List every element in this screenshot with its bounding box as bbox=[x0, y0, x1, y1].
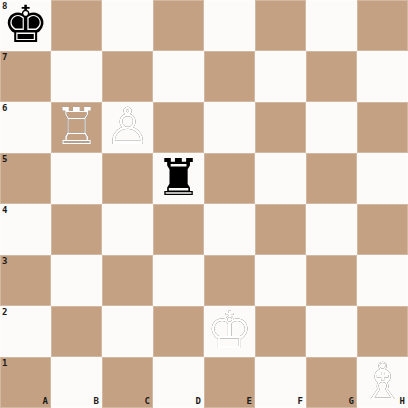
square-h4[interactable] bbox=[357, 204, 408, 255]
file-label-a: A bbox=[43, 397, 48, 406]
square-b5[interactable] bbox=[51, 153, 102, 204]
file-label-e: E bbox=[247, 397, 252, 406]
square-f8[interactable] bbox=[255, 0, 306, 51]
square-e2[interactable]: ♔ bbox=[204, 306, 255, 357]
square-a7[interactable]: 7 bbox=[0, 51, 51, 102]
rank-label-1: 1 bbox=[2, 359, 7, 368]
square-a4[interactable]: 4 bbox=[0, 204, 51, 255]
square-h5[interactable] bbox=[357, 153, 408, 204]
square-e8[interactable] bbox=[204, 0, 255, 51]
square-g7[interactable] bbox=[306, 51, 357, 102]
square-e6[interactable] bbox=[204, 102, 255, 153]
square-g8[interactable] bbox=[306, 0, 357, 51]
square-f3[interactable] bbox=[255, 255, 306, 306]
file-label-b: B bbox=[94, 397, 99, 406]
file-label-f: F bbox=[298, 397, 303, 406]
square-g5[interactable] bbox=[306, 153, 357, 204]
square-e4[interactable] bbox=[204, 204, 255, 255]
square-d4[interactable] bbox=[153, 204, 204, 255]
square-b2[interactable] bbox=[51, 306, 102, 357]
square-g3[interactable] bbox=[306, 255, 357, 306]
square-f1[interactable]: F bbox=[255, 357, 306, 408]
square-e7[interactable] bbox=[204, 51, 255, 102]
square-f7[interactable] bbox=[255, 51, 306, 102]
chess-board: 8♚76♖♙5♜432♔1ABCDEFGH♗ bbox=[0, 0, 408, 408]
square-d7[interactable] bbox=[153, 51, 204, 102]
square-d6[interactable] bbox=[153, 102, 204, 153]
piece-black-rook-d5[interactable]: ♜ bbox=[156, 152, 202, 203]
square-d8[interactable] bbox=[153, 0, 204, 51]
square-f2[interactable] bbox=[255, 306, 306, 357]
square-e5[interactable] bbox=[204, 153, 255, 204]
square-d3[interactable] bbox=[153, 255, 204, 306]
square-c2[interactable] bbox=[102, 306, 153, 357]
square-c3[interactable] bbox=[102, 255, 153, 306]
square-h3[interactable] bbox=[357, 255, 408, 306]
piece-black-king-a8[interactable]: ♚ bbox=[3, 0, 49, 50]
piece-white-king-e2[interactable]: ♔ bbox=[207, 305, 253, 356]
file-label-g: G bbox=[349, 397, 354, 406]
rank-label-6: 6 bbox=[2, 104, 7, 113]
file-label-d: D bbox=[196, 397, 201, 406]
square-f5[interactable] bbox=[255, 153, 306, 204]
square-a5[interactable]: 5 bbox=[0, 153, 51, 204]
square-h8[interactable] bbox=[357, 0, 408, 51]
square-h2[interactable] bbox=[357, 306, 408, 357]
square-h6[interactable] bbox=[357, 102, 408, 153]
square-g6[interactable] bbox=[306, 102, 357, 153]
piece-white-pawn-c6[interactable]: ♙ bbox=[105, 101, 151, 152]
square-a1[interactable]: 1A bbox=[0, 357, 51, 408]
file-label-c: C bbox=[145, 397, 150, 406]
piece-white-rook-b6[interactable]: ♖ bbox=[54, 101, 100, 152]
square-e1[interactable]: E bbox=[204, 357, 255, 408]
square-f6[interactable] bbox=[255, 102, 306, 153]
rank-label-3: 3 bbox=[2, 257, 7, 266]
square-a2[interactable]: 2 bbox=[0, 306, 51, 357]
square-b8[interactable] bbox=[51, 0, 102, 51]
square-d2[interactable] bbox=[153, 306, 204, 357]
square-e3[interactable] bbox=[204, 255, 255, 306]
square-b4[interactable] bbox=[51, 204, 102, 255]
square-g4[interactable] bbox=[306, 204, 357, 255]
square-b7[interactable] bbox=[51, 51, 102, 102]
rank-label-4: 4 bbox=[2, 206, 7, 215]
square-a6[interactable]: 6 bbox=[0, 102, 51, 153]
square-a8[interactable]: 8♚ bbox=[0, 0, 51, 51]
square-c8[interactable] bbox=[102, 0, 153, 51]
square-c5[interactable] bbox=[102, 153, 153, 204]
square-d1[interactable]: D bbox=[153, 357, 204, 408]
square-b1[interactable]: B bbox=[51, 357, 102, 408]
square-d5[interactable]: ♜ bbox=[153, 153, 204, 204]
rank-label-7: 7 bbox=[2, 53, 7, 62]
square-h7[interactable] bbox=[357, 51, 408, 102]
piece-white-bishop-h1[interactable]: ♗ bbox=[360, 356, 406, 407]
square-b6[interactable]: ♖ bbox=[51, 102, 102, 153]
square-g1[interactable]: G bbox=[306, 357, 357, 408]
square-c7[interactable] bbox=[102, 51, 153, 102]
square-f4[interactable] bbox=[255, 204, 306, 255]
square-c1[interactable]: C bbox=[102, 357, 153, 408]
rank-label-5: 5 bbox=[2, 155, 7, 164]
square-g2[interactable] bbox=[306, 306, 357, 357]
square-a3[interactable]: 3 bbox=[0, 255, 51, 306]
chess-board-grid: 8♚76♖♙5♜432♔1ABCDEFGH♗ bbox=[0, 0, 408, 408]
square-h1[interactable]: H♗ bbox=[357, 357, 408, 408]
square-c4[interactable] bbox=[102, 204, 153, 255]
square-c6[interactable]: ♙ bbox=[102, 102, 153, 153]
square-b3[interactable] bbox=[51, 255, 102, 306]
rank-label-2: 2 bbox=[2, 308, 7, 317]
